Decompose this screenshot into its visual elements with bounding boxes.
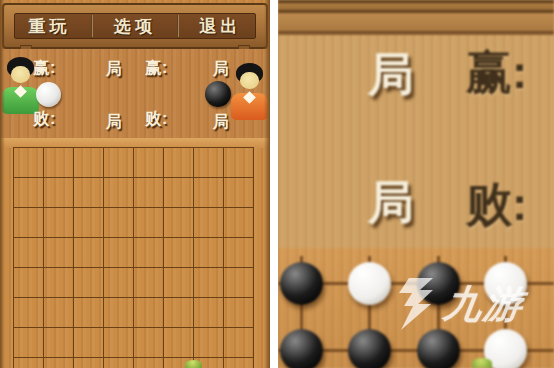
exit-button[interactable]: 退出 <box>194 15 248 38</box>
board-cell[interactable] <box>44 298 74 328</box>
board-cell[interactable] <box>104 238 134 268</box>
menu-inner-plank: 重玩 选项 退出 <box>14 13 256 39</box>
board-cell[interactable] <box>164 148 194 178</box>
right-win-unit: 局 <box>213 59 230 80</box>
board-cell[interactable] <box>14 238 44 268</box>
left-lose-label: 败: <box>33 109 56 130</box>
stone-black <box>280 329 323 368</box>
board-cell[interactable] <box>14 298 44 328</box>
board-cell[interactable] <box>104 148 134 178</box>
board-cell[interactable] <box>224 298 254 328</box>
game-panel: 重玩 选项 退出 赢: 局 败: 局 赢: 局 <box>0 0 270 368</box>
left-win-label: 赢: <box>33 58 56 79</box>
stone-black <box>280 262 323 305</box>
board-cell[interactable] <box>194 238 224 268</box>
board-cell[interactable] <box>224 268 254 298</box>
plank-edge <box>278 3 554 10</box>
board-cell[interactable] <box>134 298 164 328</box>
board-cell[interactable] <box>224 238 254 268</box>
board-cell[interactable] <box>104 208 134 238</box>
board-cell[interactable] <box>194 178 224 208</box>
board-cell[interactable] <box>14 208 44 238</box>
board-cell[interactable] <box>104 178 134 208</box>
board-cell[interactable] <box>74 358 104 368</box>
board-cell[interactable] <box>164 328 194 358</box>
board-cell[interactable] <box>104 268 134 298</box>
board-cell[interactable] <box>14 358 44 368</box>
board-cell[interactable] <box>44 148 74 178</box>
plank-edge <box>278 31 554 35</box>
board-cell[interactable] <box>74 148 104 178</box>
board-cell[interactable] <box>224 208 254 238</box>
board-cell[interactable] <box>14 178 44 208</box>
board-cell[interactable] <box>104 358 134 368</box>
board-cell[interactable] <box>14 268 44 298</box>
green-marker-icon <box>472 358 492 368</box>
board-cell[interactable] <box>44 268 74 298</box>
board-cell[interactable] <box>134 178 164 208</box>
board-cell[interactable] <box>164 178 194 208</box>
board-cell[interactable] <box>194 328 224 358</box>
watermark-text: 九游 <box>440 279 527 330</box>
board-cell[interactable] <box>134 358 164 368</box>
board-cell[interactable] <box>74 208 104 238</box>
left-player-stone-white-icon <box>36 82 61 107</box>
screenshot-root: 重玩 选项 退出 赢: 局 败: 局 赢: 局 <box>0 0 554 368</box>
stone-black <box>417 329 460 368</box>
gomoku-board[interactable] <box>0 148 270 368</box>
board-cell[interactable] <box>104 298 134 328</box>
board-cell[interactable] <box>164 268 194 298</box>
board-cell[interactable] <box>74 328 104 358</box>
red-player-avatar <box>231 63 268 120</box>
zoom-win-unit: 局 <box>368 44 414 106</box>
jiuyou-watermark: 九游 <box>396 278 524 330</box>
score-area: 赢: 局 败: 局 赢: 局 败: 局 <box>0 49 270 138</box>
board-cell[interactable] <box>44 358 74 368</box>
replay-button[interactable]: 重玩 <box>22 15 76 38</box>
zoom-lose-unit: 局 <box>368 172 414 234</box>
board-cell[interactable] <box>224 328 254 358</box>
board-cell[interactable] <box>74 238 104 268</box>
board-cell[interactable] <box>74 178 104 208</box>
avatar-face-icon <box>240 72 259 89</box>
left-win-unit: 局 <box>106 59 123 80</box>
right-win-label: 赢: <box>145 58 168 79</box>
options-button[interactable]: 选项 <box>108 15 162 38</box>
board-cell[interactable] <box>44 208 74 238</box>
board-cell[interactable] <box>164 238 194 268</box>
board-cell[interactable] <box>74 298 104 328</box>
board-cell[interactable] <box>194 268 224 298</box>
board-cell[interactable] <box>194 148 224 178</box>
board-cell[interactable] <box>14 328 44 358</box>
right-player-stone-black-icon <box>205 81 231 107</box>
right-lose-label: 败: <box>145 109 168 130</box>
board-cell[interactable] <box>164 298 194 328</box>
board-cell[interactable] <box>134 238 164 268</box>
plank-edge <box>278 13 554 31</box>
board-cell[interactable] <box>44 238 74 268</box>
board-cell[interactable] <box>104 328 134 358</box>
jiuyou-logo-icon <box>396 278 438 330</box>
panel-edge <box>0 0 5 368</box>
board-cell[interactable] <box>224 148 254 178</box>
green-marker-icon <box>185 360 202 368</box>
board-cell[interactable] <box>14 148 44 178</box>
right-lose-unit: 局 <box>213 112 230 133</box>
board-cell[interactable] <box>194 208 224 238</box>
board-cell[interactable] <box>44 328 74 358</box>
stone-black <box>348 329 391 368</box>
board-cell[interactable] <box>44 178 74 208</box>
panel-divider <box>270 0 278 368</box>
avatar-face-icon <box>11 66 30 83</box>
zoom-lose-label: 败: <box>466 174 527 236</box>
board-grid <box>13 147 254 368</box>
zoomed-view-panel: 局 赢: 局 败: 九游 <box>278 0 554 368</box>
board-cell[interactable] <box>134 328 164 358</box>
board-cell[interactable] <box>134 268 164 298</box>
board-cell[interactable] <box>194 298 224 328</box>
board-cell[interactable] <box>134 208 164 238</box>
left-lose-unit: 局 <box>106 112 123 133</box>
board-cell[interactable] <box>224 178 254 208</box>
stone-white <box>348 262 391 305</box>
menu-divider <box>91 15 93 37</box>
menu-bar: 重玩 选项 退出 <box>2 3 268 49</box>
menu-divider <box>177 15 179 37</box>
board-cell[interactable] <box>74 268 104 298</box>
board-cell[interactable] <box>224 358 254 368</box>
board-cell[interactable] <box>134 148 164 178</box>
zoom-win-label: 赢: <box>466 42 527 104</box>
board-cell[interactable] <box>164 208 194 238</box>
